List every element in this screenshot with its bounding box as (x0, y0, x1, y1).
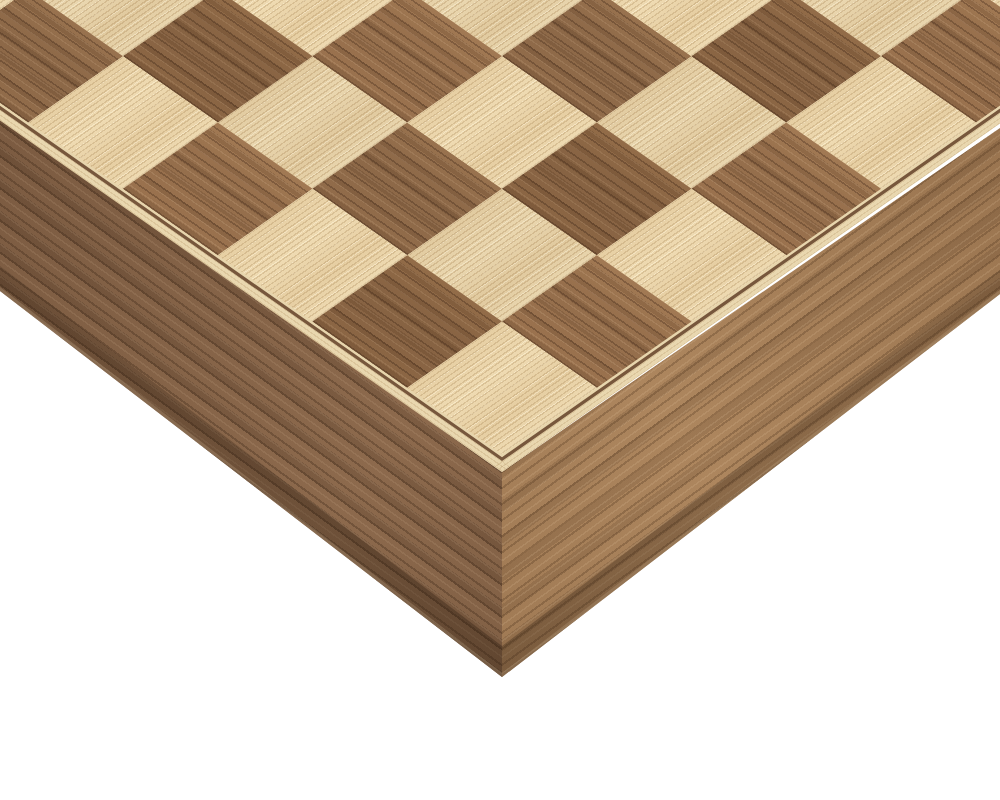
product-photo-scene (0, 0, 1000, 800)
